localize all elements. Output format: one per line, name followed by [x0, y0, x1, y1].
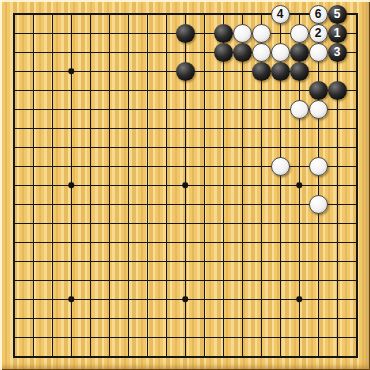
black-stone-S17: 3: [328, 43, 347, 62]
black-stone-P16: [271, 62, 290, 81]
go-board[interactable]: 465213: [0, 0, 370, 370]
move-number-label: 4: [277, 8, 284, 20]
white-stone-Q14: [290, 100, 309, 119]
white-stone-P17: [271, 43, 290, 62]
black-stone-Q17: [290, 43, 309, 62]
white-stone-R18: 2: [309, 24, 328, 43]
white-stone-R14: [309, 100, 328, 119]
black-stone-N17: [233, 43, 252, 62]
white-stone-P19: 4: [271, 5, 290, 24]
white-stone-Q18: [290, 24, 309, 43]
move-number-label: 6: [315, 8, 322, 20]
black-stone-O16: [252, 62, 271, 81]
black-stone-K18: [176, 24, 195, 43]
black-stone-R15: [309, 81, 328, 100]
move-number-label: 5: [334, 8, 341, 20]
black-stone-M17: [214, 43, 233, 62]
black-stone-S15: [328, 81, 347, 100]
white-stone-N18: [233, 24, 252, 43]
white-stone-R17: [309, 43, 328, 62]
white-stone-O17: [252, 43, 271, 62]
stones-layer: 465213: [5, 5, 366, 366]
black-stone-S18: 1: [328, 24, 347, 43]
black-stone-M18: [214, 24, 233, 43]
white-stone-O18: [252, 24, 271, 43]
move-number-label: 2: [315, 27, 322, 39]
black-stone-K16: [176, 62, 195, 81]
black-stone-S19: 5: [328, 5, 347, 24]
move-number-label: 3: [334, 46, 341, 58]
black-stone-Q16: [290, 62, 309, 81]
move-number-label: 1: [334, 27, 341, 39]
white-stone-R9: [309, 195, 328, 214]
white-stone-P11: [271, 157, 290, 176]
white-stone-R11: [309, 157, 328, 176]
white-stone-R19: 6: [309, 5, 328, 24]
